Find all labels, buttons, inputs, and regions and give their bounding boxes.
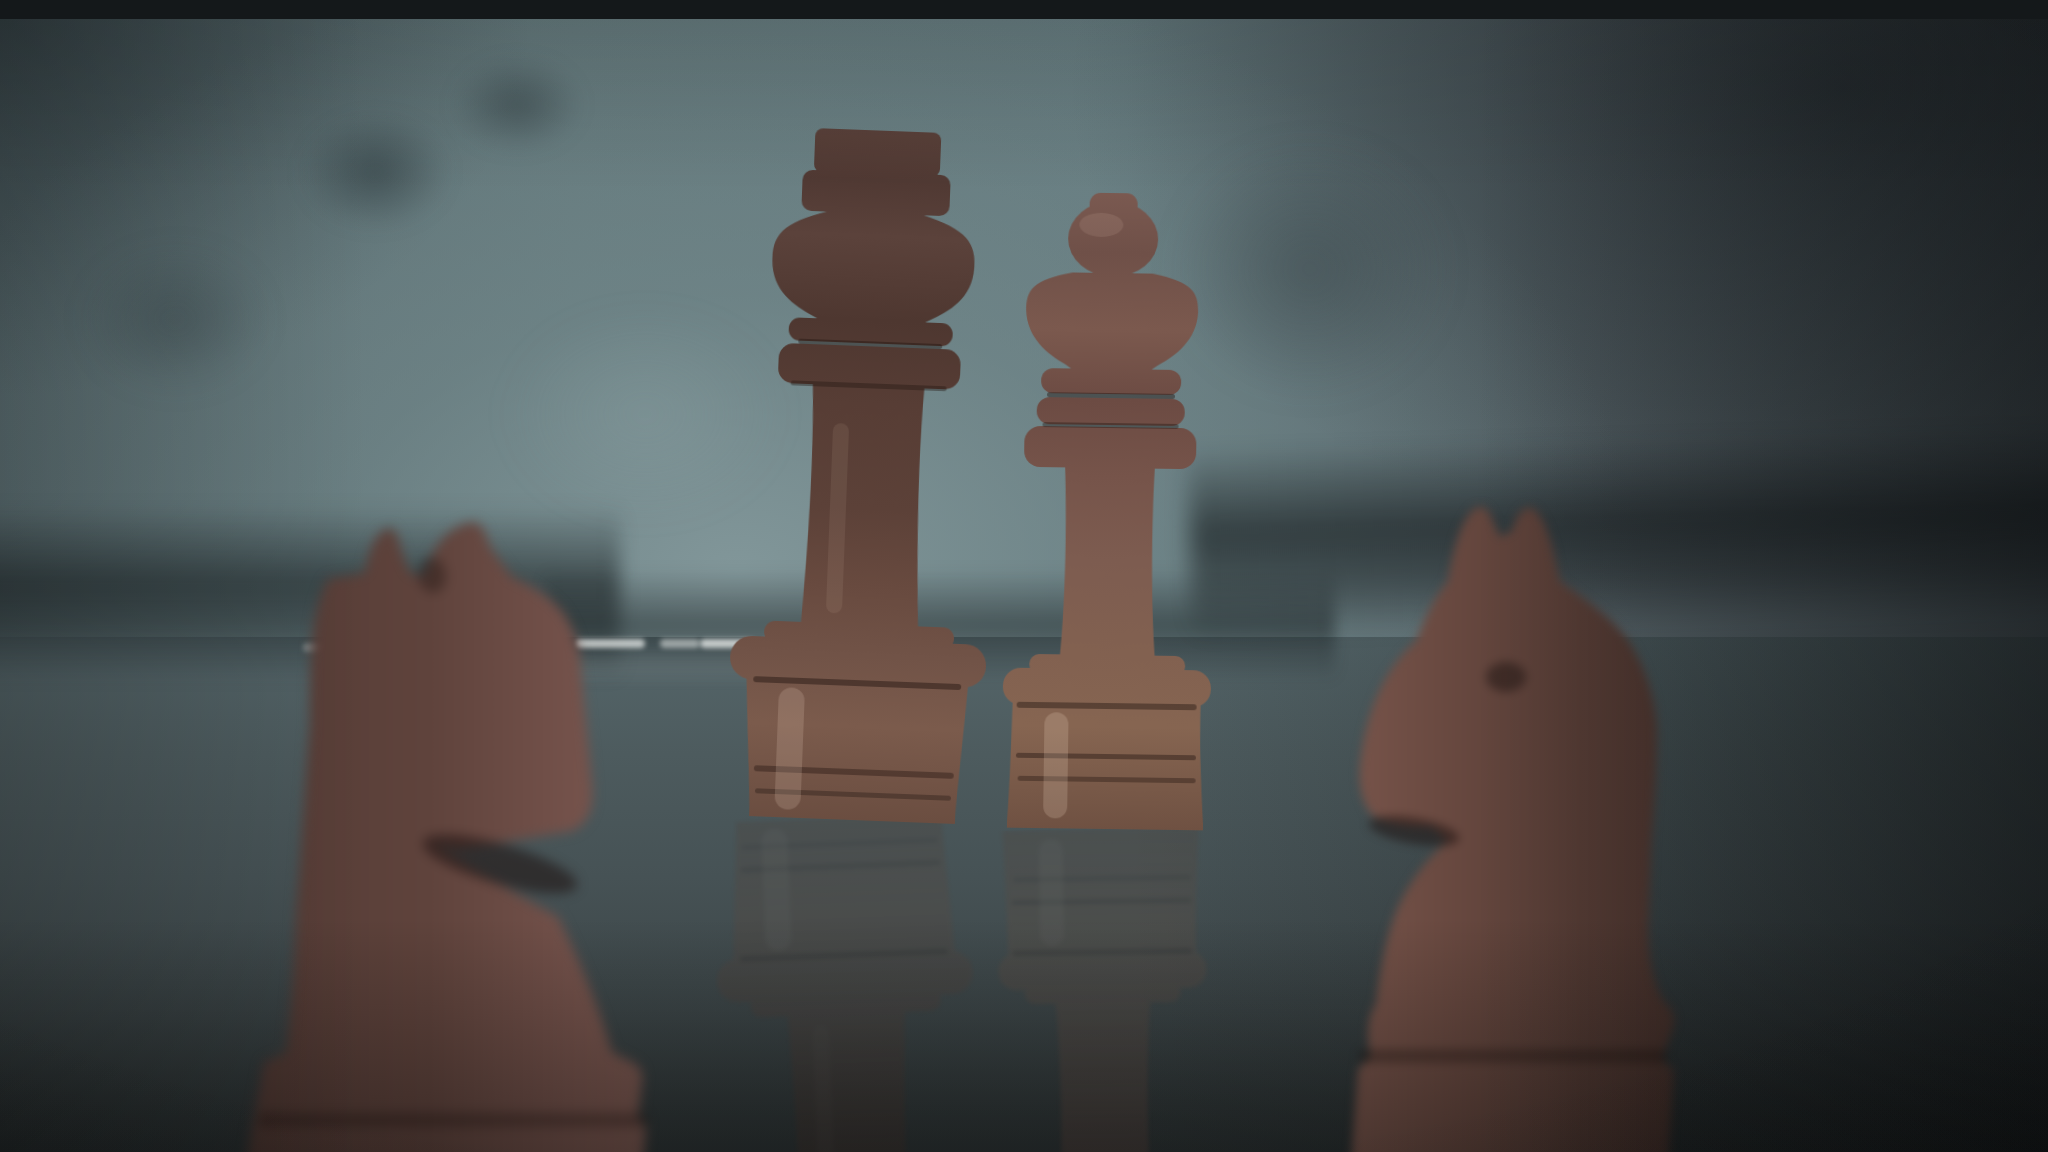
chess-still-life-photo: ♞ ♚ ♛ ♞: [0, 19, 2048, 1152]
knight-piece-left: ♞: [240, 517, 660, 1152]
queen-reflection: [981, 827, 1230, 1152]
wall-stain: [80, 244, 270, 394]
wall-stain: [452, 57, 582, 152]
wall-stain: [300, 114, 450, 229]
king-reflection: [709, 809, 996, 1152]
knight-piece-right: ♞: [1330, 497, 1690, 1152]
queen-piece: ♛: [985, 187, 1234, 830]
specular-glint: [660, 639, 700, 648]
king-piece: ♚: [722, 120, 1009, 829]
